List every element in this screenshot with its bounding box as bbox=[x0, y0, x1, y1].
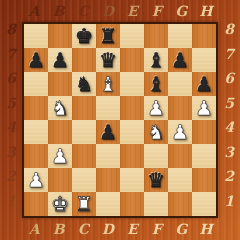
file-label-g: G bbox=[169, 222, 194, 236]
square-c8[interactable]: ♚ bbox=[72, 24, 96, 48]
square-b2[interactable] bbox=[48, 168, 72, 192]
square-a5[interactable] bbox=[24, 96, 48, 120]
square-f1[interactable] bbox=[144, 192, 168, 216]
rank-label-6: 6 bbox=[224, 71, 234, 96]
square-d3[interactable] bbox=[96, 144, 120, 168]
piece-white-bishop[interactable]: ♝ bbox=[99, 74, 117, 94]
square-g3[interactable] bbox=[168, 144, 192, 168]
square-e7[interactable] bbox=[120, 48, 144, 72]
square-f3[interactable] bbox=[144, 144, 168, 168]
rank-labels-left: 87654321 bbox=[0, 22, 22, 218]
square-a1[interactable] bbox=[24, 192, 48, 216]
rank-labels-right: 87654321 bbox=[218, 22, 240, 218]
file-label-a: A bbox=[22, 222, 47, 236]
piece-black-pawn[interactable]: ♟ bbox=[171, 50, 189, 70]
file-label-d: D bbox=[96, 222, 121, 236]
piece-black-queen[interactable]: ♛ bbox=[99, 50, 117, 70]
square-e8[interactable] bbox=[120, 24, 144, 48]
square-d8[interactable]: ♜ bbox=[96, 24, 120, 48]
square-d4[interactable]: ♟ bbox=[96, 120, 120, 144]
file-label-f: F bbox=[145, 222, 170, 236]
square-f4[interactable]: ♞ bbox=[144, 120, 168, 144]
rank-label-5: 5 bbox=[6, 96, 16, 121]
square-b5[interactable]: ♞ bbox=[48, 96, 72, 120]
square-b4[interactable] bbox=[48, 120, 72, 144]
rank-label-8: 8 bbox=[6, 22, 16, 47]
square-e5[interactable] bbox=[120, 96, 144, 120]
file-label-e: E bbox=[120, 222, 145, 236]
piece-white-pawn[interactable]: ♟ bbox=[51, 146, 69, 166]
square-c6[interactable]: ♞ bbox=[72, 72, 96, 96]
file-label-b: B bbox=[47, 222, 72, 236]
square-e6[interactable] bbox=[120, 72, 144, 96]
chess-board: ♚♜♟♟♛♝♟♞♝♝♟♞♟♟♟♞♟♟♟♛♚♜ bbox=[22, 22, 218, 218]
piece-black-queen[interactable]: ♛ bbox=[147, 170, 165, 190]
file-labels-bottom: ABCDEFGH bbox=[22, 218, 218, 240]
square-a6[interactable] bbox=[24, 72, 48, 96]
square-b6[interactable] bbox=[48, 72, 72, 96]
square-b1[interactable]: ♚ bbox=[48, 192, 72, 216]
square-g7[interactable]: ♟ bbox=[168, 48, 192, 72]
square-f8[interactable] bbox=[144, 24, 168, 48]
piece-white-pawn[interactable]: ♟ bbox=[147, 98, 165, 118]
square-b3[interactable]: ♟ bbox=[48, 144, 72, 168]
square-f7[interactable]: ♝ bbox=[144, 48, 168, 72]
square-g8[interactable] bbox=[168, 24, 192, 48]
piece-white-rook[interactable]: ♜ bbox=[75, 194, 93, 214]
square-d7[interactable]: ♛ bbox=[96, 48, 120, 72]
rank-label-2: 2 bbox=[224, 169, 234, 194]
square-d2[interactable] bbox=[96, 168, 120, 192]
square-h5[interactable]: ♟ bbox=[192, 96, 216, 120]
square-d5[interactable] bbox=[96, 96, 120, 120]
rank-label-1: 1 bbox=[6, 194, 16, 219]
square-c7[interactable] bbox=[72, 48, 96, 72]
square-c5[interactable] bbox=[72, 96, 96, 120]
square-a2[interactable]: ♟ bbox=[24, 168, 48, 192]
piece-black-bishop[interactable]: ♝ bbox=[147, 50, 165, 70]
file-label-g: G bbox=[169, 4, 194, 18]
square-a8[interactable] bbox=[24, 24, 48, 48]
rank-label-4: 4 bbox=[224, 120, 234, 145]
file-label-d: D bbox=[96, 4, 121, 18]
square-d1[interactable] bbox=[96, 192, 120, 216]
square-a7[interactable]: ♟ bbox=[24, 48, 48, 72]
file-label-h: H bbox=[194, 222, 219, 236]
rank-label-7: 7 bbox=[224, 47, 234, 72]
piece-black-pawn[interactable]: ♟ bbox=[195, 74, 213, 94]
square-g6[interactable] bbox=[168, 72, 192, 96]
square-a3[interactable] bbox=[24, 144, 48, 168]
rank-label-8: 8 bbox=[224, 22, 234, 47]
square-b7[interactable]: ♟ bbox=[48, 48, 72, 72]
piece-black-bishop[interactable]: ♝ bbox=[147, 74, 165, 94]
square-g2[interactable] bbox=[168, 168, 192, 192]
file-label-c: C bbox=[71, 4, 96, 18]
piece-black-king[interactable]: ♚ bbox=[75, 26, 93, 46]
rank-label-1: 1 bbox=[224, 194, 234, 219]
square-c1[interactable]: ♜ bbox=[72, 192, 96, 216]
square-c3[interactable] bbox=[72, 144, 96, 168]
file-label-e: E bbox=[120, 4, 145, 18]
square-f5[interactable]: ♟ bbox=[144, 96, 168, 120]
piece-white-pawn[interactable]: ♟ bbox=[195, 98, 213, 118]
rank-label-6: 6 bbox=[6, 71, 16, 96]
rank-label-2: 2 bbox=[6, 169, 16, 194]
piece-white-pawn[interactable]: ♟ bbox=[27, 170, 45, 190]
square-b8[interactable] bbox=[48, 24, 72, 48]
square-d6[interactable]: ♝ bbox=[96, 72, 120, 96]
piece-white-knight[interactable]: ♞ bbox=[147, 122, 165, 142]
square-h3[interactable] bbox=[192, 144, 216, 168]
file-label-a: A bbox=[22, 4, 47, 18]
piece-black-rook[interactable]: ♜ bbox=[99, 26, 117, 46]
square-e2[interactable] bbox=[120, 168, 144, 192]
piece-black-pawn[interactable]: ♟ bbox=[51, 50, 69, 70]
square-g5[interactable] bbox=[168, 96, 192, 120]
square-f6[interactable]: ♝ bbox=[144, 72, 168, 96]
rank-label-7: 7 bbox=[6, 47, 16, 72]
square-h7[interactable] bbox=[192, 48, 216, 72]
square-f2[interactable]: ♛ bbox=[144, 168, 168, 192]
square-g4[interactable]: ♟ bbox=[168, 120, 192, 144]
rank-label-4: 4 bbox=[6, 120, 16, 145]
square-h6[interactable]: ♟ bbox=[192, 72, 216, 96]
square-h4[interactable] bbox=[192, 120, 216, 144]
file-label-h: H bbox=[194, 4, 219, 18]
piece-white-pawn[interactable]: ♟ bbox=[171, 122, 189, 142]
file-label-b: B bbox=[47, 4, 72, 18]
square-e4[interactable] bbox=[120, 120, 144, 144]
file-labels-top: ABCDEFGH bbox=[22, 0, 218, 22]
square-g1[interactable] bbox=[168, 192, 192, 216]
rank-label-5: 5 bbox=[224, 96, 234, 121]
piece-white-knight[interactable]: ♞ bbox=[51, 98, 69, 118]
square-h8[interactable] bbox=[192, 24, 216, 48]
square-h2[interactable] bbox=[192, 168, 216, 192]
piece-black-pawn[interactable]: ♟ bbox=[27, 50, 45, 70]
piece-black-knight[interactable]: ♞ bbox=[75, 74, 93, 94]
square-e1[interactable] bbox=[120, 192, 144, 216]
square-h1[interactable] bbox=[192, 192, 216, 216]
file-label-f: F bbox=[145, 4, 170, 18]
piece-black-pawn[interactable]: ♟ bbox=[99, 122, 117, 142]
square-e3[interactable] bbox=[120, 144, 144, 168]
chess-board-frame: ABCDEFGH ABCDEFGH 87654321 87654321 ♚♜♟♟… bbox=[0, 0, 240, 240]
piece-white-king[interactable]: ♚ bbox=[51, 194, 69, 214]
square-c4[interactable] bbox=[72, 120, 96, 144]
square-c2[interactable] bbox=[72, 168, 96, 192]
square-a4[interactable] bbox=[24, 120, 48, 144]
rank-label-3: 3 bbox=[6, 145, 16, 170]
rank-label-3: 3 bbox=[224, 145, 234, 170]
file-label-c: C bbox=[71, 222, 96, 236]
